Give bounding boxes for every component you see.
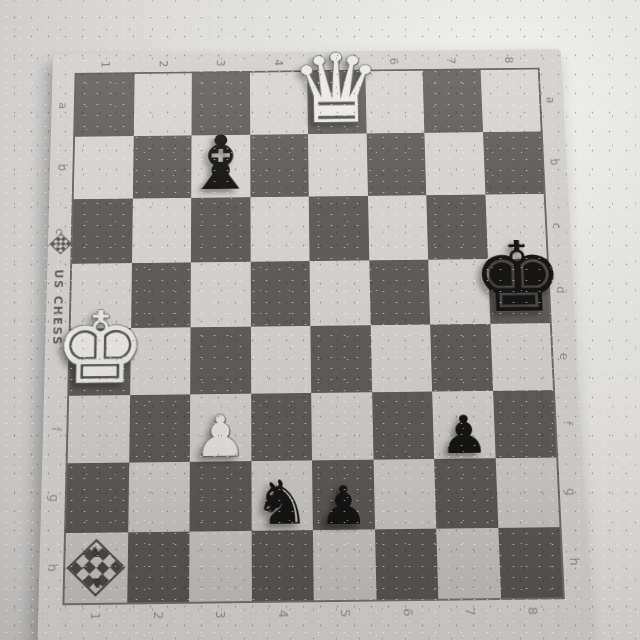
square-d6: [369, 259, 430, 325]
label-bottom-3: 3: [189, 601, 252, 627]
square-b8: [483, 131, 544, 194]
square-b6: [366, 132, 426, 196]
square-a5: ♛: [307, 71, 366, 133]
vinyl-chess-mat: 12345678 12345678 abcfgh abcdefgh US CHE…: [37, 49, 592, 640]
square-g2: [128, 462, 190, 532]
label-top-1: 1: [76, 54, 134, 75]
us-chess-brand: US CHESS: [43, 237, 73, 378]
square-f8: [493, 390, 557, 459]
label-top-4: 4: [249, 52, 307, 73]
square-d8: ♚: [487, 258, 549, 324]
label-right-f: f: [553, 389, 582, 457]
square-g4: ♞: [251, 460, 313, 530]
square-b3: ♝: [191, 134, 250, 198]
label-left-f: f: [42, 395, 69, 463]
square-e2: [130, 327, 191, 394]
square-c5: [309, 196, 369, 261]
square-c2: [132, 198, 192, 263]
square-c8: [485, 194, 547, 259]
square-e1: ♚: [69, 328, 130, 395]
square-a2: [133, 73, 192, 135]
square-c4: [250, 197, 310, 262]
square-b7: [424, 132, 485, 195]
label-bottom-1: 1: [64, 603, 127, 629]
label-right-h: h: [559, 526, 588, 597]
square-d1: [71, 263, 132, 329]
black-bishop-b3: ♝: [184, 125, 257, 200]
square-h4: [251, 530, 314, 601]
label-bottom-5: 5: [314, 600, 377, 626]
square-c1: [72, 199, 132, 264]
label-top-3: 3: [192, 52, 250, 73]
square-b1: [74, 136, 134, 200]
label-right-c: c: [544, 194, 572, 258]
black-knight-g4: ♞: [253, 471, 310, 533]
square-e4: [250, 326, 311, 393]
square-h5: [313, 529, 376, 600]
square-a7: [423, 70, 483, 132]
square-d3: [191, 261, 251, 327]
square-g6: [373, 459, 436, 529]
square-f1: [68, 395, 130, 464]
label-bottom-7: 7: [438, 598, 501, 624]
square-a1: [75, 74, 134, 136]
square-g5: ♟: [312, 460, 375, 530]
checkered-diamond-icon: ♞♞: [67, 539, 126, 597]
square-h2: [127, 531, 190, 602]
square-d2: [131, 262, 191, 328]
label-right-a: a: [538, 69, 565, 131]
square-a3: [192, 73, 250, 135]
square-g1: [66, 463, 129, 533]
square-h3: [189, 530, 251, 601]
label-right-g: g: [556, 457, 585, 526]
knight-icon: ♞: [89, 545, 103, 560]
black-pawn-g5: ♟: [318, 478, 368, 532]
label-right-d: d: [547, 258, 575, 324]
us-chess-emblem-icon: [50, 234, 70, 253]
label-left-g: g: [40, 463, 67, 533]
square-d4: [250, 261, 310, 327]
label-top-6: 6: [364, 51, 422, 72]
square-f4: [251, 393, 312, 462]
black-pawn-f7: ♟: [439, 409, 490, 462]
label-top-2: 2: [134, 53, 192, 74]
label-bottom-6: 6: [376, 599, 439, 625]
square-e8: [490, 323, 553, 390]
square-f2: [129, 394, 190, 463]
label-left-h: h: [38, 533, 66, 604]
square-b4: [250, 134, 309, 198]
label-left-a: a: [51, 75, 77, 137]
square-a4: [250, 72, 308, 134]
label-bottom-4: 4: [251, 600, 314, 626]
board-grid: ♛♝♚♚♟♟♞♟♞♞: [64, 69, 562, 603]
square-f7: ♟: [432, 390, 495, 459]
square-e5: [310, 325, 371, 392]
label-top-5: 5: [307, 51, 365, 72]
us-chess-corner-logo: ♞♞: [64, 532, 127, 603]
square-c7: [426, 195, 487, 260]
square-g7: [434, 458, 498, 528]
square-b2: [132, 135, 191, 199]
label-top-7: 7: [422, 50, 480, 71]
square-e6: [370, 325, 432, 392]
label-top-8: 8: [479, 49, 537, 70]
square-e7: [430, 324, 492, 391]
square-e3: [190, 327, 250, 394]
square-d7: [428, 259, 490, 325]
label-right-e: e: [550, 323, 578, 390]
square-g8: [495, 458, 559, 528]
square-b5: [308, 133, 368, 197]
square-f6: [372, 391, 434, 460]
label-bottom-8: 8: [501, 597, 564, 623]
square-h1: ♞♞: [64, 532, 127, 603]
square-d5: [310, 260, 371, 326]
square-h8: [498, 527, 563, 598]
label-bottom-2: 2: [126, 602, 189, 628]
square-c3: [191, 197, 250, 262]
edge-labels-bottom: 12345678: [64, 597, 564, 629]
square-a8: [480, 69, 541, 131]
label-right-b: b: [541, 131, 568, 194]
square-c6: [368, 195, 429, 260]
square-h6: [375, 528, 439, 599]
square-h7: [436, 527, 500, 598]
knight-icon: ♞: [90, 575, 104, 590]
square-f5: [311, 392, 373, 461]
label-left-b: b: [49, 136, 75, 199]
square-f3: ♟: [190, 393, 251, 462]
square-a6: [365, 71, 424, 133]
square-g3: [189, 461, 251, 531]
us-chess-brand-text: US CHESS: [51, 269, 67, 346]
white-pawn-f3: ♟: [194, 408, 247, 465]
